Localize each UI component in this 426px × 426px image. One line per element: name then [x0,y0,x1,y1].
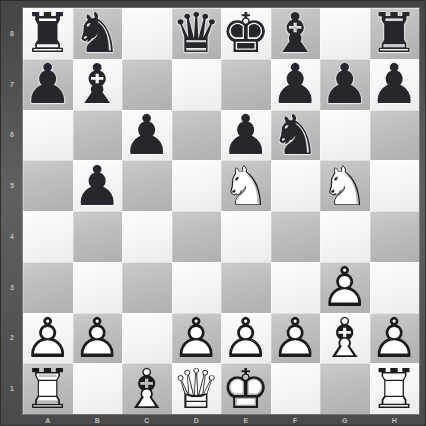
black-rook: ♜ [370,8,420,59]
square-d7[interactable] [172,59,222,110]
white-rook: ♜♖ [370,363,420,414]
square-h2[interactable]: ♟♙ [370,313,420,364]
square-b2[interactable]: ♟♙ [73,313,123,364]
black-knight: ♞ [73,8,123,59]
white-pawn: ♟♙ [271,313,321,364]
file-label-f: F [271,414,321,426]
square-g4[interactable] [320,211,370,262]
square-b4[interactable] [73,211,123,262]
board-frame: 87654321 ♜♞♛♚♝♜♟♝♟♟♟♟♟♞♟♞♘♞♘♟♙♟♙♟♙♟♙♟♙♟♙… [0,0,426,426]
white-knight: ♞♘ [221,160,271,211]
black-pawn: ♟ [23,59,73,110]
black-pawn: ♟ [73,160,123,211]
square-h8[interactable]: ♜ [370,8,420,59]
white-pawn: ♟♙ [370,313,420,364]
rank-label-3: 3 [1,262,23,313]
black-pawn: ♟ [271,59,321,110]
white-rook: ♜♖ [23,363,73,414]
square-g7[interactable]: ♟ [320,59,370,110]
file-label-d: D [172,414,222,426]
white-pawn: ♟♙ [172,313,222,364]
rank-labels: 87654321 [1,8,23,414]
chess-board: ♜♞♛♚♝♜♟♝♟♟♟♟♟♞♟♞♘♞♘♟♙♟♙♟♙♟♙♟♙♟♙♝♗♟♙♜♖♝♗♛… [23,8,419,414]
file-labels: ABCDEFGH [23,414,419,426]
square-c1[interactable]: ♝♗ [122,363,172,414]
square-a8[interactable]: ♜ [23,8,73,59]
square-c2[interactable] [122,313,172,364]
square-d3[interactable] [172,262,222,313]
square-c4[interactable] [122,211,172,262]
square-a4[interactable] [23,211,73,262]
square-d4[interactable] [172,211,222,262]
square-f2[interactable]: ♟♙ [271,313,321,364]
black-pawn: ♟ [122,110,172,161]
rank-label-7: 7 [1,59,23,110]
square-d5[interactable] [172,160,222,211]
square-a7[interactable]: ♟ [23,59,73,110]
white-queen: ♛♕ [172,363,222,414]
file-label-g: G [320,414,370,426]
square-f3[interactable] [271,262,321,313]
square-f6[interactable]: ♞ [271,110,321,161]
white-knight: ♞♘ [320,160,370,211]
square-e1[interactable]: ♚♔ [221,363,271,414]
square-f1[interactable] [271,363,321,414]
square-e6[interactable]: ♟ [221,110,271,161]
square-g1[interactable] [320,363,370,414]
square-c3[interactable] [122,262,172,313]
square-a5[interactable] [23,160,73,211]
square-d8[interactable]: ♛ [172,8,222,59]
white-pawn: ♟♙ [23,313,73,364]
white-pawn: ♟♙ [73,313,123,364]
square-e2[interactable]: ♟♙ [221,313,271,364]
white-bishop: ♝♗ [122,363,172,414]
square-b6[interactable] [73,110,123,161]
rank-label-1: 1 [1,363,23,414]
square-e7[interactable] [221,59,271,110]
square-g8[interactable] [320,8,370,59]
square-g3[interactable]: ♟♙ [320,262,370,313]
file-label-a: A [23,414,73,426]
square-a1[interactable]: ♜♖ [23,363,73,414]
square-f8[interactable]: ♝ [271,8,321,59]
white-pawn: ♟♙ [320,262,370,313]
square-h7[interactable]: ♟ [370,59,420,110]
square-h3[interactable] [370,262,420,313]
square-f5[interactable] [271,160,321,211]
square-b1[interactable] [73,363,123,414]
square-b7[interactable]: ♝ [73,59,123,110]
square-f4[interactable] [271,211,321,262]
black-pawn: ♟ [370,59,420,110]
square-e4[interactable] [221,211,271,262]
square-c8[interactable] [122,8,172,59]
square-g6[interactable] [320,110,370,161]
square-c5[interactable] [122,160,172,211]
file-label-e: E [221,414,271,426]
square-b8[interactable]: ♞ [73,8,123,59]
square-h5[interactable] [370,160,420,211]
square-a3[interactable] [23,262,73,313]
black-king: ♚ [221,8,271,59]
black-pawn: ♟ [221,110,271,161]
black-rook: ♜ [23,8,73,59]
square-a6[interactable] [23,110,73,161]
square-c7[interactable] [122,59,172,110]
white-king: ♚♔ [221,363,271,414]
rank-label-4: 4 [1,211,23,262]
black-bishop: ♝ [271,8,321,59]
square-g5[interactable]: ♞♘ [320,160,370,211]
square-h4[interactable] [370,211,420,262]
white-pawn: ♟♙ [221,313,271,364]
square-d1[interactable]: ♛♕ [172,363,222,414]
square-h6[interactable] [370,110,420,161]
square-b5[interactable]: ♟ [73,160,123,211]
square-a2[interactable]: ♟♙ [23,313,73,364]
rank-label-5: 5 [1,160,23,211]
square-d6[interactable] [172,110,222,161]
square-d2[interactable]: ♟♙ [172,313,222,364]
file-label-h: H [370,414,420,426]
square-f7[interactable]: ♟ [271,59,321,110]
square-e5[interactable]: ♞♘ [221,160,271,211]
file-label-b: B [73,414,123,426]
square-e8[interactable]: ♚ [221,8,271,59]
rank-label-6: 6 [1,110,23,161]
square-c6[interactable]: ♟ [122,110,172,161]
rank-label-8: 8 [1,8,23,59]
rank-label-2: 2 [1,313,23,364]
square-b3[interactable] [73,262,123,313]
white-bishop: ♝♗ [320,313,370,364]
black-pawn: ♟ [320,59,370,110]
black-bishop: ♝ [73,59,123,110]
square-e3[interactable] [221,262,271,313]
square-h1[interactable]: ♜♖ [370,363,420,414]
square-g2[interactable]: ♝♗ [320,313,370,364]
black-queen: ♛ [172,8,222,59]
black-knight: ♞ [271,110,321,161]
file-label-c: C [122,414,172,426]
